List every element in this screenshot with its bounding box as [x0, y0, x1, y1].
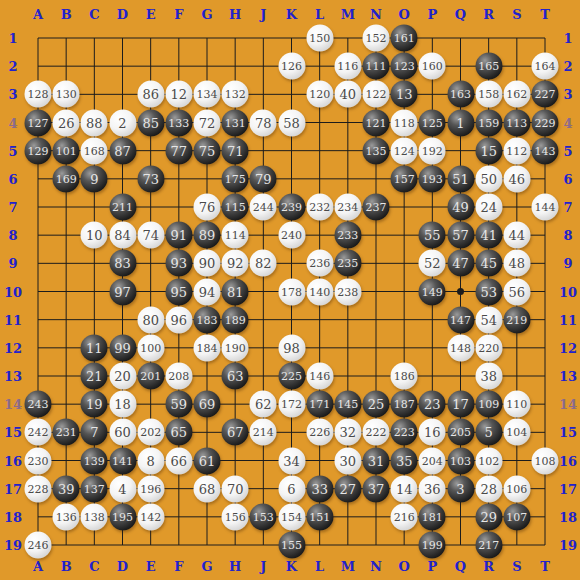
stone-M15[interactable]: 32: [334, 419, 361, 446]
move-number: 205: [450, 427, 471, 438]
stone-P2[interactable]: 160: [419, 53, 446, 80]
move-number: 133: [168, 117, 189, 128]
row-label-right-8: 8: [563, 228, 572, 243]
stone-N15[interactable]: 222: [363, 419, 390, 446]
stone-G9[interactable]: 90: [194, 250, 221, 277]
row-label-right-14: 14: [559, 397, 577, 412]
stone-D5[interactable]: 87: [109, 137, 136, 164]
stone-P14[interactable]: 23: [419, 391, 446, 418]
move-number: 234: [337, 202, 358, 213]
move-number: 120: [309, 89, 330, 100]
move-number: 29: [480, 510, 497, 523]
stone-C12[interactable]: 11: [81, 334, 108, 361]
stone-P8[interactable]: 55: [419, 222, 446, 249]
stone-F9[interactable]: 93: [165, 250, 192, 277]
stone-T5[interactable]: 143: [532, 137, 559, 164]
stone-R6[interactable]: 50: [475, 165, 502, 192]
move-number: 196: [140, 483, 161, 494]
move-number: 143: [535, 145, 556, 156]
row-label-right-18: 18: [559, 509, 577, 524]
move-number: 1: [456, 116, 464, 129]
stone-R9[interactable]: 45: [475, 250, 502, 277]
stone-B15[interactable]: 231: [53, 419, 80, 446]
move-number: 128: [28, 89, 49, 100]
move-number: 94: [199, 285, 216, 298]
stone-D8[interactable]: 84: [109, 222, 136, 249]
stone-R11[interactable]: 54: [475, 306, 502, 333]
stone-N7[interactable]: 237: [363, 194, 390, 221]
stone-M2[interactable]: 116: [334, 53, 361, 80]
row-label-right-7: 7: [563, 200, 572, 215]
stone-L18[interactable]: 151: [306, 503, 333, 530]
stone-S8[interactable]: 44: [503, 222, 530, 249]
stone-E3[interactable]: 86: [137, 81, 164, 108]
move-number: 28: [480, 482, 497, 495]
stone-H8[interactable]: 114: [222, 222, 249, 249]
move-number: 225: [281, 371, 302, 382]
move-number: 208: [168, 371, 189, 382]
stone-K12[interactable]: 98: [278, 334, 305, 361]
stone-Q7[interactable]: 49: [447, 194, 474, 221]
stone-H7[interactable]: 115: [222, 194, 249, 221]
row-label-right-2: 2: [563, 59, 572, 74]
move-number: 229: [535, 117, 556, 128]
stone-A14[interactable]: 243: [25, 391, 52, 418]
stone-D18[interactable]: 195: [109, 503, 136, 530]
stone-H3[interactable]: 132: [222, 81, 249, 108]
stone-N14[interactable]: 25: [363, 391, 390, 418]
stone-J6[interactable]: 79: [250, 165, 277, 192]
stone-R8[interactable]: 41: [475, 222, 502, 249]
stone-N3[interactable]: 122: [363, 81, 390, 108]
move-number: 51: [452, 172, 469, 185]
stone-Q11[interactable]: 147: [447, 306, 474, 333]
stone-T4[interactable]: 229: [532, 109, 559, 136]
move-number: 111: [366, 61, 387, 72]
stone-E17[interactable]: 196: [137, 475, 164, 502]
stone-P18[interactable]: 181: [419, 503, 446, 530]
stone-B4[interactable]: 26: [53, 109, 80, 136]
stone-G17[interactable]: 68: [194, 475, 221, 502]
stone-R10[interactable]: 53: [475, 278, 502, 305]
stone-C4[interactable]: 88: [81, 109, 108, 136]
stone-C17[interactable]: 137: [81, 475, 108, 502]
move-number: 8: [147, 454, 155, 467]
move-number: 41: [480, 229, 497, 242]
stone-R7[interactable]: 24: [475, 194, 502, 221]
move-number: 132: [225, 89, 246, 100]
stone-K16[interactable]: 34: [278, 447, 305, 474]
stone-O6[interactable]: 157: [391, 165, 418, 192]
stone-M16[interactable]: 30: [334, 447, 361, 474]
stone-B5[interactable]: 101: [53, 137, 80, 164]
stone-G3[interactable]: 134: [194, 81, 221, 108]
stone-Q17[interactable]: 3: [447, 475, 474, 502]
move-number: 17: [452, 398, 469, 411]
stone-A19[interactable]: 246: [25, 532, 52, 559]
stone-H18[interactable]: 156: [222, 503, 249, 530]
stone-O15[interactable]: 223: [391, 419, 418, 446]
stone-C13[interactable]: 21: [81, 363, 108, 390]
stone-D10[interactable]: 97: [109, 278, 136, 305]
row-label-left-18: 18: [4, 509, 22, 524]
stone-E13[interactable]: 201: [137, 363, 164, 390]
row-label-right-17: 17: [559, 481, 577, 496]
stone-J14[interactable]: 62: [250, 391, 277, 418]
stone-N17[interactable]: 37: [363, 475, 390, 502]
stone-B18[interactable]: 136: [53, 503, 80, 530]
row-label-left-12: 12: [4, 340, 22, 355]
stone-S9[interactable]: 48: [503, 250, 530, 277]
stone-C8[interactable]: 10: [81, 222, 108, 249]
stone-C15[interactable]: 7: [81, 419, 108, 446]
stone-F5[interactable]: 77: [165, 137, 192, 164]
stone-F15[interactable]: 65: [165, 419, 192, 446]
stone-F3[interactable]: 12: [165, 81, 192, 108]
stone-S18[interactable]: 107: [503, 503, 530, 530]
stone-P5[interactable]: 192: [419, 137, 446, 164]
stone-Q16[interactable]: 103: [447, 447, 474, 474]
stone-O13[interactable]: 186: [391, 363, 418, 390]
stone-J15[interactable]: 214: [250, 419, 277, 446]
stone-D17[interactable]: 4: [109, 475, 136, 502]
stone-O2[interactable]: 123: [391, 53, 418, 80]
move-number: 181: [422, 511, 443, 522]
stone-E12[interactable]: 100: [137, 334, 164, 361]
move-number: 129: [28, 145, 49, 156]
stone-R5[interactable]: 15: [475, 137, 502, 164]
move-number: 217: [478, 540, 499, 551]
stone-F11[interactable]: 96: [165, 306, 192, 333]
stone-M7[interactable]: 234: [334, 194, 361, 221]
stone-C16[interactable]: 139: [81, 447, 108, 474]
stone-R14[interactable]: 109: [475, 391, 502, 418]
move-number: 35: [396, 454, 413, 467]
stone-J9[interactable]: 82: [250, 250, 277, 277]
stone-A3[interactable]: 128: [25, 81, 52, 108]
stone-T16[interactable]: 108: [532, 447, 559, 474]
stone-A5[interactable]: 129: [25, 137, 52, 164]
stone-D15[interactable]: 60: [109, 419, 136, 446]
stone-H12[interactable]: 190: [222, 334, 249, 361]
move-number: 88: [86, 116, 103, 129]
stone-S6[interactable]: 46: [503, 165, 530, 192]
col-label-bottom-C: C: [89, 559, 99, 574]
stone-T7[interactable]: 144: [532, 194, 559, 221]
move-number: 26: [58, 116, 75, 129]
stone-O4[interactable]: 118: [391, 109, 418, 136]
move-number: 77: [171, 144, 188, 157]
stone-S5[interactable]: 112: [503, 137, 530, 164]
move-number: 244: [253, 202, 274, 213]
stone-P10[interactable]: 149: [419, 278, 446, 305]
col-label-top-N: N: [370, 7, 382, 22]
stone-S15[interactable]: 104: [503, 419, 530, 446]
stone-B17[interactable]: 39: [53, 475, 80, 502]
move-number: 110: [506, 399, 527, 410]
stone-N16[interactable]: 31: [363, 447, 390, 474]
move-number: 238: [337, 286, 358, 297]
stone-K8[interactable]: 240: [278, 222, 305, 249]
stone-D7[interactable]: 211: [109, 194, 136, 221]
move-number: 106: [506, 483, 527, 494]
move-number: 10: [86, 229, 103, 242]
stone-C5[interactable]: 168: [81, 137, 108, 164]
stone-P9[interactable]: 52: [419, 250, 446, 277]
stone-G12[interactable]: 184: [194, 334, 221, 361]
stone-G7[interactable]: 76: [194, 194, 221, 221]
stone-N2[interactable]: 111: [363, 53, 390, 80]
stone-Q14[interactable]: 17: [447, 391, 474, 418]
stone-G16[interactable]: 61: [194, 447, 221, 474]
stone-E15[interactable]: 202: [137, 419, 164, 446]
stone-L10[interactable]: 140: [306, 278, 333, 305]
stone-F8[interactable]: 91: [165, 222, 192, 249]
stone-G11[interactable]: 183: [194, 306, 221, 333]
move-number: 148: [450, 342, 471, 353]
move-number: 65: [171, 426, 188, 439]
stone-F10[interactable]: 95: [165, 278, 192, 305]
stone-E8[interactable]: 74: [137, 222, 164, 249]
stone-P4[interactable]: 125: [419, 109, 446, 136]
stone-P6[interactable]: 193: [419, 165, 446, 192]
stone-L14[interactable]: 171: [306, 391, 333, 418]
stone-G4[interactable]: 72: [194, 109, 221, 136]
stone-J7[interactable]: 244: [250, 194, 277, 221]
move-number: 242: [28, 427, 49, 438]
move-number: 162: [506, 89, 527, 100]
stone-L17[interactable]: 33: [306, 475, 333, 502]
stone-L9[interactable]: 236: [306, 250, 333, 277]
stone-T2[interactable]: 164: [532, 53, 559, 80]
stone-D4[interactable]: 2: [109, 109, 136, 136]
stone-K19[interactable]: 155: [278, 532, 305, 559]
stone-M10[interactable]: 238: [334, 278, 361, 305]
stone-R19[interactable]: 217: [475, 532, 502, 559]
stone-A15[interactable]: 242: [25, 419, 52, 446]
row-label-left-5: 5: [8, 143, 17, 158]
stone-S14[interactable]: 110: [503, 391, 530, 418]
stone-Q12[interactable]: 148: [447, 334, 474, 361]
stone-B3[interactable]: 130: [53, 81, 80, 108]
move-number: 161: [394, 33, 415, 44]
move-number: 47: [452, 257, 469, 270]
stone-F4[interactable]: 133: [165, 109, 192, 136]
stone-E18[interactable]: 142: [137, 503, 164, 530]
move-number: 135: [366, 145, 387, 156]
move-number: 178: [281, 286, 302, 297]
row-label-right-10: 10: [559, 284, 577, 299]
stone-K10[interactable]: 178: [278, 278, 305, 305]
stone-O17[interactable]: 14: [391, 475, 418, 502]
move-number: 160: [422, 61, 443, 72]
row-label-right-4: 4: [563, 115, 572, 130]
stone-S17[interactable]: 106: [503, 475, 530, 502]
stone-R16[interactable]: 102: [475, 447, 502, 474]
stone-R15[interactable]: 5: [475, 419, 502, 446]
move-number: 76: [199, 201, 216, 214]
move-number: 16: [424, 426, 441, 439]
go-board[interactable]: AABBCCDDEEFFGGHHJJKKLLMMNNOOPPQQRRSSTT11…: [0, 0, 580, 580]
row-label-left-14: 14: [4, 397, 22, 412]
stone-O1[interactable]: 161: [391, 25, 418, 52]
move-number: 124: [394, 145, 415, 156]
stone-H10[interactable]: 81: [222, 278, 249, 305]
row-label-right-15: 15: [559, 425, 577, 440]
stone-H15[interactable]: 67: [222, 419, 249, 446]
stone-P15[interactable]: 16: [419, 419, 446, 446]
stone-R4[interactable]: 159: [475, 109, 502, 136]
stone-Q9[interactable]: 47: [447, 250, 474, 277]
stone-T3[interactable]: 227: [532, 81, 559, 108]
move-number: 38: [480, 370, 497, 383]
col-label-bottom-K: K: [286, 559, 297, 574]
stone-N1[interactable]: 152: [363, 25, 390, 52]
stone-K18[interactable]: 154: [278, 503, 305, 530]
col-label-bottom-M: M: [341, 559, 355, 574]
stone-H5[interactable]: 71: [222, 137, 249, 164]
move-number: 67: [227, 426, 244, 439]
stone-Q15[interactable]: 205: [447, 419, 474, 446]
star-point-Q10: [457, 288, 464, 295]
stone-O5[interactable]: 124: [391, 137, 418, 164]
stone-O3[interactable]: 13: [391, 81, 418, 108]
stone-S10[interactable]: 56: [503, 278, 530, 305]
move-number: 123: [394, 61, 415, 72]
stone-S3[interactable]: 162: [503, 81, 530, 108]
stone-D9[interactable]: 83: [109, 250, 136, 277]
stone-M9[interactable]: 235: [334, 250, 361, 277]
move-number: 11: [86, 341, 103, 354]
stone-H9[interactable]: 92: [222, 250, 249, 277]
row-label-left-11: 11: [4, 312, 22, 327]
move-number: 126: [281, 61, 302, 72]
stone-D12[interactable]: 99: [109, 334, 136, 361]
col-label-bottom-N: N: [370, 559, 382, 574]
stone-D13[interactable]: 20: [109, 363, 136, 390]
stone-K17[interactable]: 6: [278, 475, 305, 502]
move-number: 40: [340, 88, 357, 101]
move-number: 84: [114, 229, 131, 242]
stone-C6[interactable]: 9: [81, 165, 108, 192]
stone-F16[interactable]: 66: [165, 447, 192, 474]
stone-K2[interactable]: 126: [278, 53, 305, 80]
stone-L3[interactable]: 120: [306, 81, 333, 108]
stone-H17[interactable]: 70: [222, 475, 249, 502]
stone-P17[interactable]: 36: [419, 475, 446, 502]
move-number: 232: [309, 202, 330, 213]
move-number: 113: [506, 117, 527, 128]
stone-L15[interactable]: 226: [306, 419, 333, 446]
stone-D14[interactable]: 18: [109, 391, 136, 418]
move-number: 19: [86, 398, 103, 411]
stone-A4[interactable]: 127: [25, 109, 52, 136]
stone-P16[interactable]: 204: [419, 447, 446, 474]
stone-Q8[interactable]: 57: [447, 222, 474, 249]
move-number: 39: [58, 482, 75, 495]
stone-C18[interactable]: 138: [81, 503, 108, 530]
move-number: 138: [84, 511, 105, 522]
col-label-top-T: T: [540, 7, 550, 22]
stone-K14[interactable]: 172: [278, 391, 305, 418]
move-number: 149: [422, 286, 443, 297]
move-number: 98: [283, 341, 300, 354]
stone-N5[interactable]: 135: [363, 137, 390, 164]
stone-M8[interactable]: 233: [334, 222, 361, 249]
stone-H6[interactable]: 175: [222, 165, 249, 192]
stone-O16[interactable]: 35: [391, 447, 418, 474]
stone-G8[interactable]: 89: [194, 222, 221, 249]
row-label-left-4: 4: [8, 115, 17, 130]
stone-S4[interactable]: 113: [503, 109, 530, 136]
move-number: 49: [452, 201, 469, 214]
stone-S11[interactable]: 219: [503, 306, 530, 333]
stone-E16[interactable]: 8: [137, 447, 164, 474]
stone-H13[interactable]: 63: [222, 363, 249, 390]
stone-H4[interactable]: 131: [222, 109, 249, 136]
stone-L7[interactable]: 232: [306, 194, 333, 221]
move-number: 100: [140, 342, 161, 353]
stone-L1[interactable]: 150: [306, 25, 333, 52]
move-number: 239: [281, 202, 302, 213]
stone-K7[interactable]: 239: [278, 194, 305, 221]
move-number: 233: [337, 230, 358, 241]
stone-M3[interactable]: 40: [334, 81, 361, 108]
stone-E11[interactable]: 80: [137, 306, 164, 333]
stone-D16[interactable]: 141: [109, 447, 136, 474]
stone-Q3[interactable]: 163: [447, 81, 474, 108]
stone-R18[interactable]: 29: [475, 503, 502, 530]
stone-J18[interactable]: 153: [250, 503, 277, 530]
move-number: 154: [281, 511, 302, 522]
stone-M17[interactable]: 27: [334, 475, 361, 502]
stone-Q6[interactable]: 51: [447, 165, 474, 192]
stone-J4[interactable]: 78: [250, 109, 277, 136]
stone-A16[interactable]: 230: [25, 447, 52, 474]
stone-G5[interactable]: 75: [194, 137, 221, 164]
stone-R17[interactable]: 28: [475, 475, 502, 502]
col-label-top-J: J: [260, 7, 266, 22]
stone-G14[interactable]: 69: [194, 391, 221, 418]
stone-G10[interactable]: 94: [194, 278, 221, 305]
stone-O14[interactable]: 187: [391, 391, 418, 418]
stone-C14[interactable]: 19: [81, 391, 108, 418]
stone-Q4[interactable]: 1: [447, 109, 474, 136]
stone-R3[interactable]: 158: [475, 81, 502, 108]
stone-E6[interactable]: 73: [137, 165, 164, 192]
stone-R12[interactable]: 220: [475, 334, 502, 361]
stone-F14[interactable]: 59: [165, 391, 192, 418]
stone-O18[interactable]: 216: [391, 503, 418, 530]
stone-E4[interactable]: 85: [137, 109, 164, 136]
stone-R13[interactable]: 38: [475, 363, 502, 390]
stone-N4[interactable]: 121: [363, 109, 390, 136]
stone-K4[interactable]: 58: [278, 109, 305, 136]
col-label-top-E: E: [146, 7, 156, 22]
stone-K13[interactable]: 225: [278, 363, 305, 390]
stone-M14[interactable]: 145: [334, 391, 361, 418]
stone-L13[interactable]: 146: [306, 363, 333, 390]
move-number: 102: [478, 455, 499, 466]
stone-H11[interactable]: 189: [222, 306, 249, 333]
stone-F13[interactable]: 208: [165, 363, 192, 390]
stone-A17[interactable]: 228: [25, 475, 52, 502]
stone-B6[interactable]: 169: [53, 165, 80, 192]
stone-R2[interactable]: 165: [475, 53, 502, 80]
move-number: 193: [422, 173, 443, 184]
stone-P19[interactable]: 199: [419, 532, 446, 559]
move-number: 186: [394, 371, 415, 382]
